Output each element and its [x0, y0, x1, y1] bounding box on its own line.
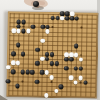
- star-point: [52, 26, 53, 27]
- white-stone: [40, 38, 45, 43]
- black-stone: [11, 70, 16, 75]
- grid-line-horizontal: [8, 95, 95, 97]
- black-stone: [35, 47, 40, 52]
- black-stone: [83, 80, 88, 85]
- black-stone: [21, 29, 26, 34]
- player-hand: [22, 0, 52, 13]
- white-stone: [45, 29, 50, 34]
- black-stone: [78, 66, 83, 71]
- black-stone: [6, 79, 11, 84]
- black-stone: [16, 42, 21, 47]
- black-stone: [21, 52, 26, 57]
- white-stone: [16, 61, 21, 66]
- black-stone: [15, 83, 20, 88]
- black-stone: [74, 44, 79, 49]
- black-stone: [35, 79, 40, 84]
- black-stone: [50, 16, 55, 21]
- star-point: [23, 26, 24, 27]
- black-stone: [41, 25, 46, 30]
- star-point: [51, 81, 52, 82]
- white-stone: [69, 75, 74, 80]
- black-stone: [50, 61, 55, 66]
- black-stone: [11, 52, 16, 57]
- black-stone: [74, 66, 79, 71]
- white-stone: [49, 75, 54, 80]
- black-stone: [20, 70, 25, 75]
- held-black-stone: [33, 1, 39, 7]
- black-stone: [31, 25, 36, 30]
- black-stone: [30, 70, 35, 75]
- white-stone: [40, 57, 45, 62]
- black-stone: [50, 52, 55, 57]
- board-grid: [8, 13, 96, 97]
- black-stone: [70, 16, 75, 21]
- white-stone: [54, 89, 59, 94]
- black-stone: [75, 16, 80, 21]
- white-stone: [26, 29, 31, 34]
- white-stone: [16, 29, 21, 34]
- black-stone: [40, 70, 45, 75]
- black-stone: [35, 61, 40, 66]
- white-stone: [6, 65, 11, 70]
- white-stone: [74, 53, 79, 58]
- black-stone: [21, 20, 26, 25]
- white-stone: [11, 61, 16, 66]
- white-stone: [45, 70, 50, 75]
- star-point: [80, 54, 81, 55]
- star-point: [22, 81, 23, 82]
- black-stone: [64, 66, 69, 71]
- black-stone: [59, 84, 64, 89]
- black-stone: [69, 57, 74, 62]
- go-game-photo: [0, 0, 100, 100]
- white-stone: [79, 57, 84, 62]
- white-stone: [44, 93, 49, 98]
- white-stone: [11, 29, 16, 34]
- white-stone: [73, 80, 78, 85]
- white-stone: [78, 75, 83, 80]
- black-stone: [45, 57, 50, 62]
- go-board: [6, 11, 98, 99]
- star-point: [80, 82, 81, 83]
- grid-line-vertical: [95, 14, 97, 96]
- star-point: [81, 27, 82, 28]
- black-stone: [54, 61, 59, 66]
